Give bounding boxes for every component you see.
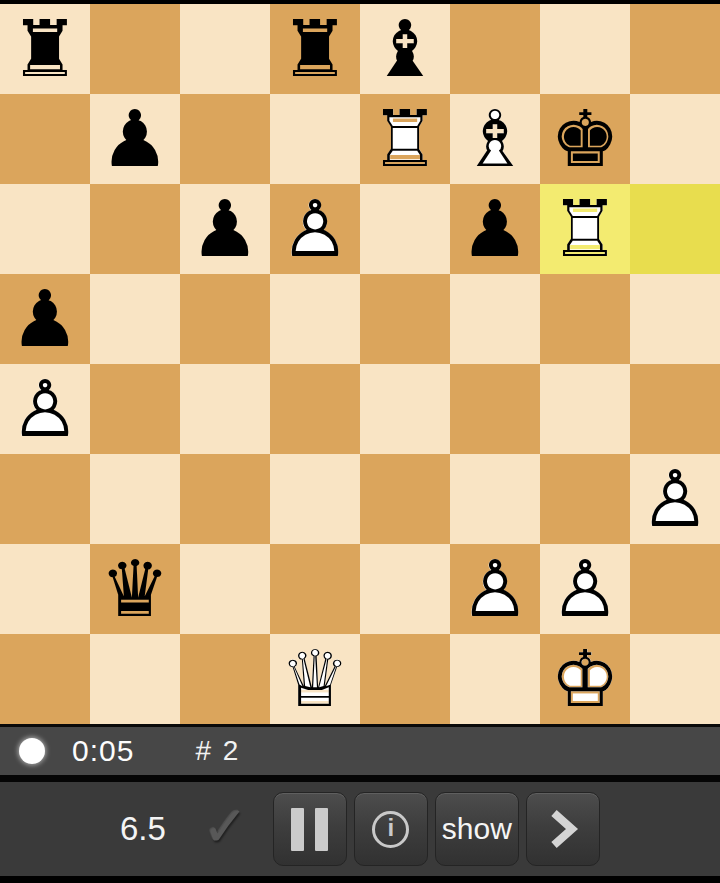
square-a6[interactable] [0,184,90,274]
piece-black-queen: ♛ [100,550,170,628]
square-c4[interactable] [180,364,270,454]
square-h8[interactable] [630,4,720,94]
square-f2[interactable]: ♟♙ [450,544,540,634]
mate-in-n-label: # 2 [195,735,240,767]
piece-white-pawn: ♟♙ [550,550,620,628]
square-a8[interactable]: ♜ [0,4,90,94]
square-b2[interactable]: ♛ [90,544,180,634]
square-g8[interactable] [540,4,630,94]
square-c5[interactable] [180,274,270,364]
square-c7[interactable] [180,94,270,184]
square-a1[interactable] [0,634,90,724]
square-g7[interactable]: ♚ [540,94,630,184]
status-bar: 0:05 # 2 [0,727,720,775]
square-g3[interactable] [540,454,630,544]
square-e5[interactable] [360,274,450,364]
square-b6[interactable] [90,184,180,274]
piece-white-pawn: ♟♙ [280,190,350,268]
square-e8[interactable]: ♝ [360,4,450,94]
piece-black-pawn: ♟ [10,280,80,358]
piece-white-rook: ♜♖ [370,100,440,178]
toolbar: 6.5 ✓ i show [0,782,720,876]
square-d3[interactable] [270,454,360,544]
piece-black-pawn: ♟ [460,190,530,268]
toolbar-buttons: i show [273,792,600,866]
square-g1[interactable]: ♚♔ [540,634,630,724]
square-g5[interactable] [540,274,630,364]
square-d8[interactable]: ♜ [270,4,360,94]
square-f1[interactable] [450,634,540,724]
square-b4[interactable] [90,364,180,454]
square-d2[interactable] [270,544,360,634]
square-g4[interactable] [540,364,630,454]
square-d4[interactable] [270,364,360,454]
piece-white-queen: ♛♕ [280,640,350,718]
piece-black-pawn: ♟ [190,190,260,268]
piece-black-rook: ♜ [10,10,80,88]
square-h3[interactable]: ♟♙ [630,454,720,544]
square-h5[interactable] [630,274,720,364]
puzzle-clock: 0:05 [72,734,134,768]
chevron-right-icon [546,808,580,850]
square-a4[interactable]: ♟♙ [0,364,90,454]
square-b1[interactable] [90,634,180,724]
square-e1[interactable] [360,634,450,724]
pause-button[interactable] [273,792,347,866]
square-d7[interactable] [270,94,360,184]
info-button[interactable]: i [354,792,428,866]
status-toolbar-divider [0,775,720,782]
square-h2[interactable] [630,544,720,634]
square-e7[interactable]: ♜♖ [360,94,450,184]
piece-black-pawn: ♟ [100,100,170,178]
square-f5[interactable] [450,274,540,364]
square-a5[interactable]: ♟ [0,274,90,364]
info-icon: i [372,811,409,848]
square-f3[interactable] [450,454,540,544]
square-f4[interactable] [450,364,540,454]
square-g2[interactable]: ♟♙ [540,544,630,634]
square-a7[interactable] [0,94,90,184]
show-button[interactable]: show [435,792,519,866]
square-h1[interactable] [630,634,720,724]
square-d5[interactable] [270,274,360,364]
piece-white-rook: ♜♖ [550,190,620,268]
square-h7[interactable] [630,94,720,184]
square-e6[interactable] [360,184,450,274]
square-b5[interactable] [90,274,180,364]
square-a2[interactable] [0,544,90,634]
puzzle-app: ♜♜♝♟♜♖♝♗♚♟♟♙♟♜♖♟♟♙♟♙♛♟♙♟♙♛♕♚♔ 0:05 # 2 6… [0,0,720,883]
piece-white-bishop: ♝♗ [460,100,530,178]
square-c2[interactable] [180,544,270,634]
square-e2[interactable] [360,544,450,634]
pause-icon [291,808,328,851]
square-d6[interactable]: ♟♙ [270,184,360,274]
piece-black-king: ♚ [550,100,620,178]
puzzle-rating: 6.5 [120,810,166,848]
square-b7[interactable]: ♟ [90,94,180,184]
square-h4[interactable] [630,364,720,454]
square-c6[interactable]: ♟ [180,184,270,274]
square-e3[interactable] [360,454,450,544]
next-button[interactable] [526,792,600,866]
square-c8[interactable] [180,4,270,94]
square-b3[interactable] [90,454,180,544]
piece-white-pawn: ♟♙ [10,370,80,448]
square-d1[interactable]: ♛♕ [270,634,360,724]
bottom-frame [0,876,720,883]
square-e4[interactable] [360,364,450,454]
piece-black-rook: ♜ [280,10,350,88]
check-icon: ✓ [202,799,249,855]
square-f7[interactable]: ♝♗ [450,94,540,184]
square-f6[interactable]: ♟ [450,184,540,274]
square-b8[interactable] [90,4,180,94]
piece-black-bishop: ♝ [370,10,440,88]
chess-board: ♜♜♝♟♜♖♝♗♚♟♟♙♟♜♖♟♟♙♟♙♛♟♙♟♙♛♕♚♔ [0,4,720,724]
square-c1[interactable] [180,634,270,724]
piece-white-pawn: ♟♙ [640,460,710,538]
square-h6[interactable] [630,184,720,274]
square-a3[interactable] [0,454,90,544]
piece-white-king: ♚♔ [550,640,620,718]
square-c3[interactable] [180,454,270,544]
square-g6[interactable]: ♜♖ [540,184,630,274]
square-f8[interactable] [450,4,540,94]
white-to-move-indicator-icon [19,738,45,764]
piece-white-pawn: ♟♙ [460,550,530,628]
